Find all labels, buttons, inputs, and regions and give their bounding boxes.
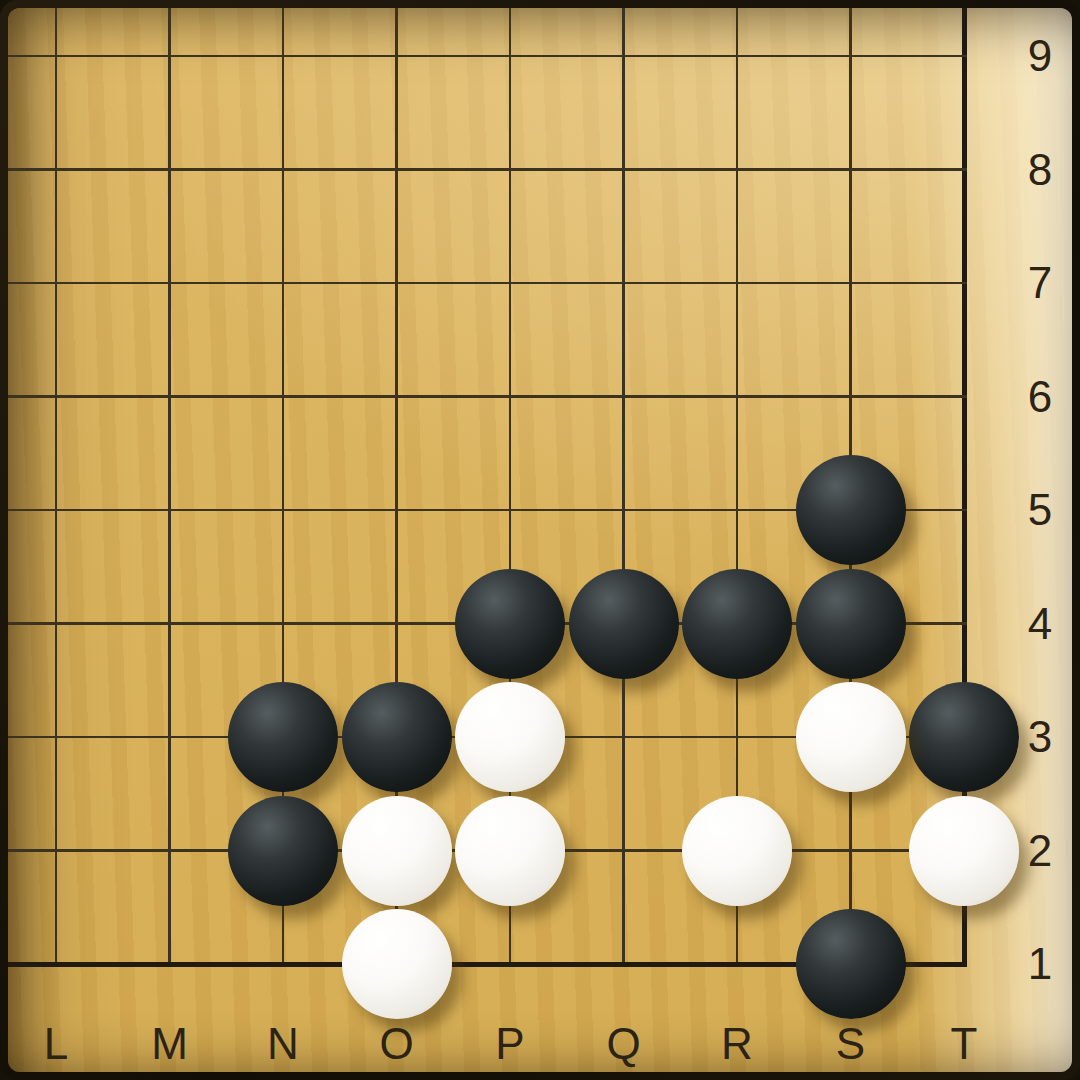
row-label-6: 6 <box>1028 372 1052 422</box>
row-label-8: 8 <box>1028 145 1052 195</box>
row-label-3: 3 <box>1028 712 1052 762</box>
row-label-4: 4 <box>1028 599 1052 649</box>
row-label-1: 1 <box>1028 939 1052 989</box>
row-labels: 987654321 <box>8 8 1072 1072</box>
row-label-5: 5 <box>1028 485 1052 535</box>
go-board[interactable]: LMNOPQRST 987654321 <box>8 8 1072 1072</box>
row-label-2: 2 <box>1028 826 1052 876</box>
row-label-7: 7 <box>1028 258 1052 308</box>
go-board-screenshot: LMNOPQRST 987654321 <box>0 0 1080 1080</box>
row-label-9: 9 <box>1028 31 1052 81</box>
